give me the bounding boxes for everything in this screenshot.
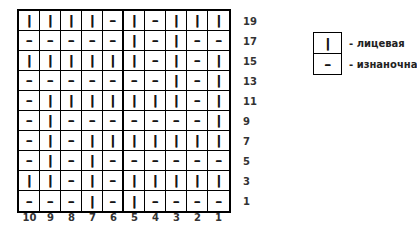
grid-cell: – — [145, 191, 166, 211]
grid-cell: | — [103, 51, 124, 71]
purl-stitch-icon: – — [68, 74, 75, 87]
grid-cell: | — [40, 171, 61, 191]
purl-stitch-icon: – — [68, 34, 75, 47]
row-number: 1 — [243, 191, 257, 211]
knit-stitch-icon: | — [90, 134, 95, 147]
knit-stitch-icon: | — [153, 174, 158, 187]
purl-stitch-icon: – — [194, 94, 201, 107]
grid-cell: | — [40, 131, 61, 151]
knit-stitch-icon: | — [48, 94, 53, 107]
knit-stitch-icon: | — [174, 74, 179, 87]
row-number: 5 — [243, 151, 257, 171]
grid-cell: – — [19, 31, 40, 51]
knit-stitch-icon: | — [153, 134, 158, 147]
grid-cell: | — [82, 91, 103, 111]
column-number: 6 — [103, 212, 124, 223]
row-number: 15 — [243, 51, 257, 71]
row-number: 13 — [243, 71, 257, 91]
purl-stitch-icon: – — [131, 114, 138, 127]
knit-stitch-icon: | — [195, 174, 200, 187]
purl-stitch-icon: – — [152, 34, 159, 47]
grid-cell: | — [145, 171, 166, 191]
legend-knit-symbol: | — [314, 33, 341, 53]
legend-symbol-box: | – — [313, 32, 342, 75]
purl-stitch-icon: – — [152, 195, 159, 208]
knit-stitch-icon: | — [216, 94, 221, 107]
knit-stitch-icon: | — [132, 54, 137, 67]
knit-stitch-icon: | — [174, 174, 179, 187]
grid-cell: – — [61, 171, 82, 191]
grid-cell: – — [103, 31, 124, 51]
knit-stitch-icon: | — [110, 94, 115, 107]
purl-stitch-icon: – — [109, 14, 116, 27]
purl-stitch-icon: – — [68, 154, 75, 167]
purl-stitch-icon: – — [194, 154, 201, 167]
knit-stitch-icon: | — [132, 14, 137, 27]
grid-cell: | — [124, 91, 145, 111]
purl-stitch-icon: – — [194, 114, 201, 127]
purl-stitch-icon: – — [194, 54, 201, 67]
grid-cell: – — [40, 191, 61, 211]
grid-cell: – — [82, 111, 103, 131]
knit-stitch-icon: | — [174, 34, 179, 47]
purl-stitch-icon: – — [47, 195, 54, 208]
purl-stitch-icon: – — [152, 54, 159, 67]
purl-stitch-icon: – — [152, 154, 159, 167]
column-number: 8 — [61, 212, 82, 223]
purl-stitch-icon: – — [324, 57, 331, 72]
purl-stitch-icon: – — [152, 14, 159, 27]
grid-cell: | — [103, 91, 124, 111]
grid-cell: – — [187, 51, 208, 71]
knit-stitch-icon: | — [48, 154, 53, 167]
grid-cell: – — [124, 151, 145, 171]
grid-cell: | — [166, 91, 187, 111]
grid-cell: | — [166, 71, 187, 91]
purl-stitch-icon: – — [152, 74, 159, 87]
grid-cell: | — [166, 131, 187, 151]
knit-stitch-icon: | — [216, 74, 221, 87]
purl-stitch-icon: – — [109, 114, 116, 127]
grid-cell: | — [208, 91, 229, 111]
knit-stitch-icon: | — [90, 174, 95, 187]
grid-cell: – — [124, 71, 145, 91]
grid-cell: | — [166, 11, 187, 31]
purl-stitch-icon: – — [68, 134, 75, 147]
grid-cell: | — [82, 191, 103, 211]
purl-stitch-icon: – — [47, 74, 54, 87]
knit-stitch-icon: | — [216, 114, 221, 127]
grid-cell: | — [40, 91, 61, 111]
knit-stitch-icon: | — [132, 174, 137, 187]
grid-cell: | — [82, 51, 103, 71]
grid-cell: – — [166, 151, 187, 171]
grid-cell: – — [40, 71, 61, 91]
knit-stitch-icon: | — [27, 54, 32, 67]
knit-stitch-icon: | — [69, 54, 74, 67]
column-number: 7 — [82, 212, 103, 223]
grid-cell: | — [124, 131, 145, 151]
grid-cell: – — [61, 71, 82, 91]
grid-cell: – — [145, 51, 166, 71]
grid-cell: | — [61, 91, 82, 111]
grid-cell: – — [61, 191, 82, 211]
purl-stitch-icon: – — [215, 34, 222, 47]
grid-cell: | — [82, 171, 103, 191]
grid-cell: – — [145, 31, 166, 51]
purl-stitch-icon: – — [215, 154, 222, 167]
purl-stitch-icon: – — [68, 195, 75, 208]
grid-cell: – — [103, 151, 124, 171]
knit-stitch-icon: | — [216, 54, 221, 67]
grid-cell: | — [40, 111, 61, 131]
knit-stitch-icon: | — [174, 94, 179, 107]
purl-stitch-icon: – — [89, 34, 96, 47]
grid-cell: | — [145, 131, 166, 151]
grid-cell: | — [208, 111, 229, 131]
grid-cell: – — [103, 11, 124, 31]
knit-stitch-icon: | — [216, 14, 221, 27]
knit-stitch-icon: | — [132, 94, 137, 107]
grid-cell: | — [208, 171, 229, 191]
grid-cell: – — [19, 131, 40, 151]
knit-stitch-icon: | — [27, 14, 32, 27]
legend-labels: - лицевая - изнаночная — [349, 33, 417, 75]
purl-stitch-icon: – — [131, 154, 138, 167]
grid-cell: – — [145, 111, 166, 131]
grid-cell: | — [124, 11, 145, 31]
grid-cell: | — [61, 11, 82, 31]
purl-stitch-icon: – — [109, 195, 116, 208]
knit-stitch-icon: | — [174, 14, 179, 27]
grid-cell: | — [124, 31, 145, 51]
legend: | – - лицевая - изнаночная — [313, 32, 417, 75]
column-number: 1 — [208, 212, 229, 223]
purl-stitch-icon: – — [194, 34, 201, 47]
purl-stitch-icon: – — [89, 114, 96, 127]
grid-cell: – — [40, 31, 61, 51]
grid-cell: – — [208, 151, 229, 171]
row-number: 3 — [243, 171, 257, 191]
grid-cell: | — [40, 51, 61, 71]
purl-stitch-icon: – — [26, 114, 33, 127]
purl-stitch-icon: – — [47, 34, 54, 47]
purl-stitch-icon: – — [109, 154, 116, 167]
knit-stitch-icon: | — [90, 14, 95, 27]
purl-stitch-icon: – — [109, 174, 116, 187]
knit-stitch-icon: | — [90, 195, 95, 208]
grid-cell: | — [103, 131, 124, 151]
knit-stitch-icon: | — [132, 134, 137, 147]
grid-cell: | — [187, 171, 208, 191]
grid-cell: – — [103, 71, 124, 91]
knit-stitch-icon: | — [48, 114, 53, 127]
grid-cell: | — [19, 11, 40, 31]
grid-cell: – — [103, 171, 124, 191]
grid-cell: | — [82, 131, 103, 151]
column-number: 10 — [19, 212, 40, 223]
grid-cell: – — [19, 91, 40, 111]
purl-stitch-icon: – — [26, 94, 33, 107]
knit-stitch-icon: | — [110, 134, 115, 147]
grid-cell: – — [166, 111, 187, 131]
purl-stitch-icon: – — [173, 114, 180, 127]
grid-cell: | — [82, 151, 103, 171]
grid-cell: – — [61, 31, 82, 51]
knit-stitch-icon: | — [195, 134, 200, 147]
column-number: 4 — [145, 212, 166, 223]
purl-stitch-icon: – — [89, 74, 96, 87]
grid-cell: – — [61, 151, 82, 171]
knit-stitch-icon: | — [69, 14, 74, 27]
grid-cell: – — [124, 111, 145, 131]
grid-cell: – — [145, 71, 166, 91]
purl-stitch-icon: – — [109, 74, 116, 87]
knit-stitch-icon: | — [216, 134, 221, 147]
knit-stitch-icon: | — [90, 154, 95, 167]
grid-cell: | — [187, 131, 208, 151]
grid-cell: – — [103, 191, 124, 211]
grid-cell: – — [166, 191, 187, 211]
grid-cell: – — [187, 151, 208, 171]
knitting-pattern-chart: ||||–|–|||–––––|–|––||||||–|–|–––––––|–|… — [0, 0, 417, 230]
grid-cell: – — [208, 31, 229, 51]
knit-stitch-icon: | — [153, 94, 158, 107]
column-number: 9 — [40, 212, 61, 223]
row-number: 19 — [243, 11, 257, 31]
grid-cell: – — [82, 71, 103, 91]
knit-stitch-icon: | — [195, 14, 200, 27]
grid-cell: – — [187, 111, 208, 131]
column-number: 5 — [124, 212, 145, 223]
legend-purl-label: - изнаночная — [349, 54, 417, 75]
knit-stitch-icon: | — [48, 134, 53, 147]
row-numbers: 191715131197531 — [243, 11, 257, 211]
purl-stitch-icon: – — [131, 74, 138, 87]
grid-cell: – — [187, 71, 208, 91]
knit-stitch-icon: | — [90, 94, 95, 107]
grid-cell: – — [61, 131, 82, 151]
knit-stitch-icon: | — [69, 94, 74, 107]
knit-stitch-icon: | — [90, 54, 95, 67]
row-number: 17 — [243, 31, 257, 51]
grid-cell: | — [19, 51, 40, 71]
chart-grid: ||||–|–|||–––––|–|––||||||–|–|–––––––|–|… — [17, 9, 231, 213]
knit-stitch-icon: | — [132, 34, 137, 47]
purl-stitch-icon: – — [26, 74, 33, 87]
purl-stitch-icon: – — [194, 195, 201, 208]
grid-cell: | — [208, 11, 229, 31]
knit-stitch-icon: | — [48, 174, 53, 187]
grid-cell: | — [124, 171, 145, 191]
grid-cell: | — [208, 51, 229, 71]
grid-cell: | — [82, 11, 103, 31]
purl-stitch-icon: – — [68, 174, 75, 187]
column-number: 3 — [166, 212, 187, 223]
purl-stitch-icon: – — [173, 195, 180, 208]
grid-cell: | — [19, 171, 40, 191]
grid-cell: | — [124, 51, 145, 71]
grid-cell: – — [145, 151, 166, 171]
row-number: 11 — [243, 91, 257, 111]
knit-stitch-icon: | — [325, 36, 330, 51]
purl-stitch-icon: – — [26, 34, 33, 47]
knit-stitch-icon: | — [174, 134, 179, 147]
knit-stitch-icon: | — [48, 54, 53, 67]
knit-stitch-icon: | — [174, 54, 179, 67]
grid-cell: | — [61, 51, 82, 71]
purl-stitch-icon: – — [68, 114, 75, 127]
row-number: 7 — [243, 131, 257, 151]
purl-stitch-icon: – — [194, 74, 201, 87]
grid-cell: | — [40, 151, 61, 171]
purl-stitch-icon: – — [109, 34, 116, 47]
grid-cell: – — [187, 91, 208, 111]
grid-cell: – — [19, 111, 40, 131]
knit-stitch-icon: | — [110, 54, 115, 67]
knit-stitch-icon: | — [48, 14, 53, 27]
grid-cell: – — [103, 111, 124, 131]
legend-purl-symbol: – — [314, 53, 341, 74]
row-number: 9 — [243, 111, 257, 131]
grid-cell: – — [19, 151, 40, 171]
purl-stitch-icon: – — [26, 134, 33, 147]
knit-stitch-icon: | — [216, 174, 221, 187]
knit-stitch-icon: | — [132, 195, 137, 208]
grid-cell: – — [61, 111, 82, 131]
purl-stitch-icon: – — [215, 195, 222, 208]
grid-cell: – — [82, 31, 103, 51]
column-number: 2 — [187, 212, 208, 223]
grid-cell: | — [166, 51, 187, 71]
purl-stitch-icon: – — [173, 154, 180, 167]
grid-cell: | — [166, 171, 187, 191]
grid-cell: – — [145, 11, 166, 31]
legend-knit-label: - лицевая — [349, 33, 417, 54]
grid-cell: – — [187, 31, 208, 51]
grid-cell: | — [208, 131, 229, 151]
grid-cell: – — [208, 191, 229, 211]
purl-stitch-icon: – — [152, 114, 159, 127]
knit-stitch-icon: | — [27, 174, 32, 187]
grid-cell: | — [124, 191, 145, 211]
purl-stitch-icon: – — [26, 154, 33, 167]
grid-cell: | — [166, 31, 187, 51]
grid-cell: – — [19, 71, 40, 91]
grid-cell: | — [145, 91, 166, 111]
purl-stitch-icon: – — [26, 195, 33, 208]
grid-cell: | — [40, 11, 61, 31]
column-numbers: 10987654321 — [19, 212, 229, 223]
grid-cell: – — [19, 191, 40, 211]
grid-cell: – — [187, 191, 208, 211]
grid-cell: | — [187, 11, 208, 31]
grid-cell: | — [208, 71, 229, 91]
